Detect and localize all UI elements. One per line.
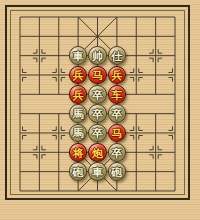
piece-glyph: 炮: [92, 147, 103, 158]
piece-black-chariot[interactable]: 車: [69, 46, 88, 65]
piece-glyph: 卒: [92, 128, 103, 139]
piece-glyph: 砲: [111, 167, 122, 178]
piece-glyph: 兵: [73, 70, 84, 81]
piece-black-chariot[interactable]: 車: [88, 162, 107, 181]
piece-red-general[interactable]: 将: [69, 143, 88, 162]
xiangqi-app: 車帅仕兵马兵兵卒车馬卒卒馬卒马将炮卒砲車砲: [0, 0, 200, 220]
piece-black-soldier[interactable]: 卒: [88, 104, 107, 123]
piece-glyph: 卒: [111, 147, 122, 158]
piece-glyph: 将: [73, 147, 84, 158]
piece-glyph: 砲: [73, 167, 84, 178]
piece-black-cannon[interactable]: 砲: [108, 162, 127, 181]
piece-red-chariot[interactable]: 车: [108, 85, 127, 104]
piece-red-horse[interactable]: 马: [88, 66, 107, 85]
piece-glyph: 車: [73, 51, 84, 62]
piece-black-general[interactable]: 帅: [88, 46, 107, 65]
piece-glyph: 车: [111, 89, 122, 100]
piece-glyph: 馬: [73, 128, 84, 139]
piece-glyph: 車: [92, 167, 103, 178]
piece-glyph: 兵: [73, 89, 84, 100]
piece-black-horse[interactable]: 馬: [69, 124, 88, 143]
piece-glyph: 卒: [92, 89, 103, 100]
piece-black-cannon[interactable]: 砲: [69, 162, 88, 181]
piece-glyph: 仕: [111, 51, 122, 62]
piece-red-soldier[interactable]: 兵: [69, 66, 88, 85]
piece-glyph: 马: [111, 128, 122, 139]
piece-glyph: 卒: [111, 109, 122, 120]
piece-black-soldier[interactable]: 卒: [108, 143, 127, 162]
piece-red-soldier[interactable]: 兵: [108, 66, 127, 85]
piece-glyph: 卒: [92, 109, 103, 120]
piece-red-cannon[interactable]: 炮: [88, 143, 107, 162]
piece-glyph: 帅: [92, 51, 103, 62]
piece-red-soldier[interactable]: 兵: [69, 85, 88, 104]
piece-red-horse[interactable]: 马: [108, 124, 127, 143]
xiangqi-board[interactable]: 車帅仕兵马兵兵卒车馬卒卒馬卒马将炮卒砲車砲: [10, 7, 184, 200]
piece-black-advisor[interactable]: 仕: [108, 46, 127, 65]
piece-glyph: 兵: [111, 70, 122, 81]
piece-black-soldier[interactable]: 卒: [88, 124, 107, 143]
piece-black-horse[interactable]: 馬: [69, 104, 88, 123]
piece-black-soldier[interactable]: 卒: [108, 104, 127, 123]
piece-glyph: 马: [92, 70, 103, 81]
piece-black-soldier[interactable]: 卒: [88, 85, 107, 104]
piece-glyph: 馬: [73, 109, 84, 120]
